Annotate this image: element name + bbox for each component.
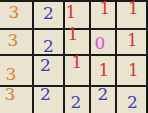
cell-number: 3 [6, 66, 17, 83]
cell-number: 1 [66, 4, 77, 21]
cell-r1c5[interactable]: 1 [117, 2, 148, 30]
cell-r1c1[interactable]: 3 [0, 2, 34, 30]
cell-r3c1[interactable]: 3 [0, 56, 34, 87]
cell-number: 0 [95, 35, 106, 52]
cell-number: 3 [8, 32, 19, 49]
cell-r4c1[interactable]: 3 [0, 87, 34, 113]
cell-r4c2[interactable]: 2 [34, 87, 65, 113]
cell-r2c2[interactable]: 2 [34, 30, 65, 56]
cell-number: 2 [43, 38, 54, 55]
cell-number: 1 [127, 32, 138, 49]
cell-number: 2 [127, 94, 138, 111]
cell-r1c2[interactable]: 2 [34, 2, 65, 30]
cell-number: 2 [40, 86, 51, 103]
cell-r3c5[interactable]: 1 [117, 56, 148, 87]
cell-r1c4[interactable]: 1 [91, 2, 117, 30]
cell-number: 1 [100, 0, 111, 17]
cell-r3c3[interactable]: 1 [65, 56, 91, 87]
cell-number: 1 [99, 62, 110, 79]
cell-number: 2 [43, 5, 54, 22]
cell-number: 1 [128, 0, 139, 17]
cell-number: 1 [72, 54, 83, 71]
cell-number: 3 [5, 86, 16, 103]
cell-number: 1 [68, 26, 79, 43]
cell-number: 3 [9, 4, 20, 21]
cell-r2c4[interactable]: 0 [91, 30, 117, 56]
puzzle-board: 32111321013211132222 [0, 0, 148, 113]
cell-r4c3[interactable]: 2 [65, 87, 91, 113]
cell-number: 2 [40, 57, 51, 74]
cell-number: 1 [128, 62, 139, 79]
cell-r2c5[interactable]: 1 [117, 30, 148, 56]
cell-r4c5[interactable]: 2 [117, 87, 148, 113]
cell-r3c2[interactable]: 2 [34, 56, 65, 87]
cell-r4c4[interactable]: 2 [91, 87, 117, 113]
cell-number: 2 [98, 86, 109, 103]
cell-r3c4[interactable]: 1 [91, 56, 117, 87]
cell-r2c1[interactable]: 3 [0, 30, 34, 56]
cell-number: 2 [71, 94, 82, 111]
